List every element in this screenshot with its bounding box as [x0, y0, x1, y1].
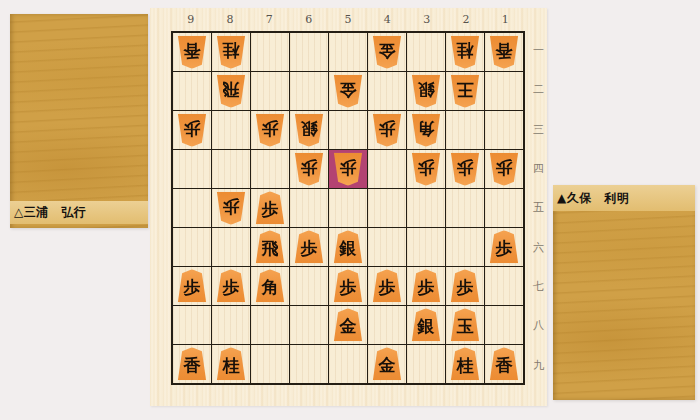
square-1-6[interactable]: 歩	[485, 228, 523, 266]
square-1-4[interactable]: 歩	[485, 150, 523, 188]
rank-label-7: 七	[533, 279, 549, 294]
square-4-9[interactable]: 金	[368, 345, 406, 383]
piece-kanji: 飛	[223, 81, 240, 98]
shogi-piece-sente-桂: 桂	[216, 347, 246, 380]
square-8-9[interactable]: 桂	[212, 345, 250, 383]
square-9-9[interactable]: 香	[173, 345, 211, 383]
square-3-7[interactable]: 歩	[407, 267, 445, 305]
square-5-7[interactable]: 歩	[329, 267, 367, 305]
shogi-piece-gote-香: 香	[489, 36, 519, 69]
square-4-8[interactable]	[368, 306, 406, 344]
square-9-5[interactable]	[173, 189, 211, 227]
file-labels: 987654321	[171, 13, 525, 29]
shogi-piece-gote-歩: 歩	[372, 114, 402, 147]
square-3-4[interactable]: 歩	[407, 150, 445, 188]
square-2-3[interactable]	[446, 111, 484, 149]
square-9-3[interactable]: 歩	[173, 111, 211, 149]
square-6-3[interactable]: 銀	[290, 111, 328, 149]
piece-kanji: 歩	[184, 120, 201, 137]
piece-kanji: 歩	[301, 159, 318, 176]
square-3-5[interactable]	[407, 189, 445, 227]
square-6-1[interactable]	[290, 33, 328, 71]
shogi-piece-gote-歩: 歩	[255, 114, 285, 147]
rank-label-3: 三	[533, 122, 549, 137]
file-label-7: 7	[250, 13, 289, 29]
piece-kanji: 歩	[223, 198, 240, 215]
rank-label-2: 二	[533, 82, 549, 97]
file-label-8: 8	[210, 13, 249, 29]
square-8-4[interactable]	[212, 150, 250, 188]
piece-kanji: 歩	[301, 240, 318, 257]
piece-kanji: 桂	[223, 357, 240, 374]
piece-kanji: 飛	[262, 240, 279, 257]
shogi-piece-sente-歩: 歩	[177, 269, 207, 302]
rank-label-4: 四	[533, 161, 549, 176]
shogi-piece-gote-歩: 歩	[450, 153, 480, 186]
square-1-9[interactable]: 香	[485, 345, 523, 383]
square-8-6[interactable]	[212, 228, 250, 266]
rank-labels: 一二三四五六七八九	[533, 31, 549, 385]
piece-kanji: 角	[418, 120, 435, 137]
square-6-7[interactable]	[290, 267, 328, 305]
shogi-piece-gote-歩: 歩	[177, 114, 207, 147]
piece-kanji: 銀	[301, 120, 318, 137]
square-7-5[interactable]: 歩	[251, 189, 289, 227]
square-1-5[interactable]	[485, 189, 523, 227]
square-6-8[interactable]	[290, 306, 328, 344]
shogi-piece-sente-桂: 桂	[450, 347, 480, 380]
square-9-1[interactable]: 香	[173, 33, 211, 71]
rank-label-9: 九	[533, 358, 549, 373]
file-label-5: 5	[328, 13, 367, 29]
piece-kanji: 香	[496, 42, 513, 59]
square-2-9[interactable]: 桂	[446, 345, 484, 383]
square-7-1[interactable]	[251, 33, 289, 71]
piece-kanji: 香	[184, 42, 201, 59]
shogi-piece-gote-桂: 桂	[450, 36, 480, 69]
square-2-7[interactable]: 歩	[446, 267, 484, 305]
square-1-1[interactable]: 香	[485, 33, 523, 71]
square-9-8[interactable]	[173, 306, 211, 344]
square-9-4[interactable]	[173, 150, 211, 188]
square-1-7[interactable]	[485, 267, 523, 305]
square-5-4-lastmove-highlight[interactable]: 歩	[329, 150, 367, 188]
square-1-2[interactable]	[485, 72, 523, 110]
file-label-2: 2	[446, 13, 485, 29]
square-4-7[interactable]: 歩	[368, 267, 406, 305]
piece-kanji: 桂	[223, 42, 240, 59]
square-9-2[interactable]	[173, 72, 211, 110]
file-label-3: 3	[407, 13, 446, 29]
square-4-3[interactable]: 歩	[368, 111, 406, 149]
shogi-piece-gote-歩: 歩	[489, 153, 519, 186]
square-8-3[interactable]	[212, 111, 250, 149]
square-2-8[interactable]: 玉	[446, 306, 484, 344]
piece-kanji: 歩	[379, 120, 396, 137]
piece-kanji: 歩	[340, 159, 357, 176]
shogi-piece-gote-歩: 歩	[294, 153, 324, 186]
shogi-piece-gote-金: 金	[333, 75, 363, 108]
piece-kanji: 金	[340, 318, 357, 335]
shogi-piece-sente-飛: 飛	[255, 230, 285, 263]
piece-kanji: 角	[262, 279, 279, 296]
square-8-7[interactable]: 歩	[212, 267, 250, 305]
square-5-3[interactable]	[329, 111, 367, 149]
piece-kanji: 歩	[379, 279, 396, 296]
square-2-5[interactable]	[446, 189, 484, 227]
square-4-6[interactable]	[368, 228, 406, 266]
square-7-3[interactable]: 歩	[251, 111, 289, 149]
square-2-2[interactable]: 王	[446, 72, 484, 110]
shogi-piece-gote-金: 金	[372, 36, 402, 69]
file-label-9: 9	[171, 13, 210, 29]
shogi-piece-gote-歩: 歩	[411, 153, 441, 186]
piece-kanji: 歩	[496, 240, 513, 257]
piece-kanji: 歩	[262, 201, 279, 218]
square-6-6[interactable]: 歩	[290, 228, 328, 266]
file-label-1: 1	[486, 13, 525, 29]
shogi-piece-gote-飛: 飛	[216, 75, 246, 108]
square-3-8[interactable]: 銀	[407, 306, 445, 344]
shogi-piece-sente-歩: 歩	[411, 269, 441, 302]
piece-kanji: 金	[340, 81, 357, 98]
square-5-8[interactable]: 金	[329, 306, 367, 344]
square-4-5[interactable]	[368, 189, 406, 227]
square-7-7[interactable]: 角	[251, 267, 289, 305]
shogi-piece-sente-玉: 玉	[450, 308, 480, 341]
shogi-piece-sente-銀: 銀	[411, 308, 441, 341]
square-3-6[interactable]	[407, 228, 445, 266]
shogi-piece-sente-銀: 銀	[333, 230, 363, 263]
rank-label-5: 五	[533, 200, 549, 215]
piece-kanji: 歩	[223, 279, 240, 296]
shogi-piece-gote-角: 角	[411, 114, 441, 147]
piece-kanji: 歩	[262, 120, 279, 137]
shogi-board-panel: 987654321 香桂金桂香飛金銀王歩歩銀歩角歩歩歩歩歩歩歩飛歩銀歩歩歩角歩歩…	[150, 8, 547, 406]
piece-kanji: 歩	[418, 159, 435, 176]
piece-kanji: 歩	[418, 279, 435, 296]
square-3-9[interactable]	[407, 345, 445, 383]
square-8-1[interactable]: 桂	[212, 33, 250, 71]
file-label-4: 4	[368, 13, 407, 29]
gote-nameplate: △三浦 弘行	[10, 201, 148, 224]
piece-kanji: 香	[184, 357, 201, 374]
square-1-3[interactable]	[485, 111, 523, 149]
square-5-9[interactable]	[329, 345, 367, 383]
shogi-piece-gote-歩: 歩	[216, 192, 246, 225]
square-3-2[interactable]: 銀	[407, 72, 445, 110]
shogi-piece-gote-桂: 桂	[216, 36, 246, 69]
square-6-5[interactable]	[290, 189, 328, 227]
piece-kanji: 金	[379, 42, 396, 59]
square-7-9[interactable]	[251, 345, 289, 383]
piece-kanji: 桂	[457, 42, 474, 59]
shogi-piece-sente-歩: 歩	[333, 269, 363, 302]
piece-kanji: 銀	[418, 81, 435, 98]
shogi-piece-gote-王: 王	[450, 75, 480, 108]
piece-kanji: 王	[457, 81, 474, 98]
shogi-piece-gote-歩: 歩	[333, 153, 363, 186]
sente-nameplate: ▲久保 利明	[553, 185, 695, 211]
square-7-4[interactable]	[251, 150, 289, 188]
rank-label-6: 六	[533, 240, 549, 255]
square-8-5[interactable]: 歩	[212, 189, 250, 227]
square-6-2[interactable]	[290, 72, 328, 110]
shogi-piece-sente-金: 金	[372, 347, 402, 380]
shogi-piece-sente-歩: 歩	[372, 269, 402, 302]
square-3-1[interactable]	[407, 33, 445, 71]
square-5-1[interactable]	[329, 33, 367, 71]
shogi-piece-sente-金: 金	[333, 308, 363, 341]
square-2-4[interactable]: 歩	[446, 150, 484, 188]
piece-kanji: 桂	[457, 357, 474, 374]
shogi-piece-sente-歩: 歩	[489, 230, 519, 263]
piece-kanji: 歩	[457, 279, 474, 296]
square-7-2[interactable]	[251, 72, 289, 110]
square-8-2[interactable]: 飛	[212, 72, 250, 110]
square-9-7[interactable]: 歩	[173, 267, 211, 305]
file-label-6: 6	[289, 13, 328, 29]
square-6-9[interactable]	[290, 345, 328, 383]
square-1-8[interactable]	[485, 306, 523, 344]
piece-kanji: 玉	[457, 318, 474, 335]
square-8-8[interactable]	[212, 306, 250, 344]
square-4-4[interactable]	[368, 150, 406, 188]
square-4-1[interactable]: 金	[368, 33, 406, 71]
shogi-piece-sente-歩: 歩	[255, 191, 285, 224]
shogi-piece-sente-歩: 歩	[450, 269, 480, 302]
piece-kanji: 香	[496, 357, 513, 374]
square-7-8[interactable]	[251, 306, 289, 344]
square-2-6[interactable]	[446, 228, 484, 266]
square-2-1[interactable]: 桂	[446, 33, 484, 71]
shogi-piece-gote-銀: 銀	[294, 114, 324, 147]
square-5-2[interactable]: 金	[329, 72, 367, 110]
square-7-6[interactable]: 飛	[251, 228, 289, 266]
page: △三浦 弘行 987654321 香桂金桂香飛金銀王歩歩銀歩角歩歩歩歩歩歩歩飛歩…	[0, 0, 700, 420]
piece-kanji: 歩	[340, 279, 357, 296]
square-3-3[interactable]: 角	[407, 111, 445, 149]
gote-komadai: △三浦 弘行	[10, 14, 148, 228]
rank-label-8: 八	[533, 318, 549, 333]
shogi-piece-gote-香: 香	[177, 36, 207, 69]
piece-kanji: 歩	[184, 279, 201, 296]
shogi-piece-sente-角: 角	[255, 269, 285, 302]
shogi-board: 香桂金桂香飛金銀王歩歩銀歩角歩歩歩歩歩歩歩飛歩銀歩歩歩角歩歩歩歩金銀玉香桂金桂香	[171, 31, 525, 385]
square-6-4[interactable]: 歩	[290, 150, 328, 188]
piece-kanji: 歩	[496, 159, 513, 176]
square-9-6[interactable]	[173, 228, 211, 266]
piece-kanji: 銀	[340, 240, 357, 257]
shogi-piece-sente-歩: 歩	[216, 269, 246, 302]
piece-kanji: 歩	[457, 159, 474, 176]
shogi-piece-sente-香: 香	[489, 347, 519, 380]
sente-komadai: ▲久保 利明	[553, 185, 695, 400]
shogi-piece-gote-銀: 銀	[411, 75, 441, 108]
piece-kanji: 銀	[418, 318, 435, 335]
square-4-2[interactable]	[368, 72, 406, 110]
square-5-6[interactable]: 銀	[329, 228, 367, 266]
rank-label-1: 一	[533, 43, 549, 58]
piece-kanji: 金	[379, 357, 396, 374]
shogi-piece-sente-香: 香	[177, 347, 207, 380]
square-5-5[interactable]	[329, 189, 367, 227]
shogi-piece-sente-歩: 歩	[294, 230, 324, 263]
